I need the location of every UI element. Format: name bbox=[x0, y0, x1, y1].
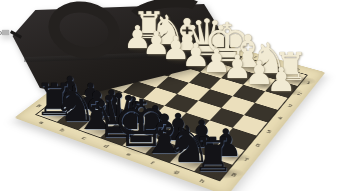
chess-set-product-photo: abcdefgh abcdefgh 12345678 12345678 ♜♞♟♝… bbox=[0, 0, 350, 191]
carrying-bag bbox=[8, 0, 236, 100]
zipper-pull-icon bbox=[2, 30, 9, 35]
